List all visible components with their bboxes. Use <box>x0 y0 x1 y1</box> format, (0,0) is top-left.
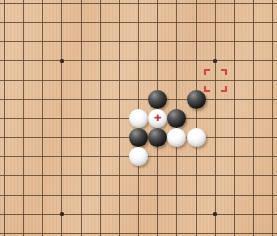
grid-line-horizontal <box>0 99 277 100</box>
grid-line-horizontal <box>0 60 277 61</box>
star-point <box>213 212 217 216</box>
gomoku-board[interactable]: ✚ <box>0 0 277 236</box>
grid-line-horizontal <box>0 175 277 176</box>
stone-white <box>129 109 148 128</box>
app-window: ✚ <box>0 0 277 236</box>
grid-line-horizontal <box>0 41 277 42</box>
highlight-bracket-br-icon <box>221 86 227 92</box>
grid-line-horizontal <box>0 3 277 4</box>
grid-line-horizontal <box>0 214 277 215</box>
grid-line-horizontal <box>0 233 277 234</box>
stone-black <box>187 90 206 109</box>
grid-line-horizontal <box>0 80 277 81</box>
stone-black <box>129 128 148 147</box>
stone-white <box>187 128 206 147</box>
highlight-bracket-tr-icon <box>221 69 227 75</box>
stone-white <box>167 128 186 147</box>
stone-white <box>129 147 148 166</box>
star-point <box>213 59 217 63</box>
stone-black <box>148 90 167 109</box>
stone-black <box>167 109 186 128</box>
grid-line-horizontal <box>0 22 277 23</box>
star-point <box>60 59 64 63</box>
stone-black <box>148 128 167 147</box>
stone-white <box>148 109 167 128</box>
grid-line-horizontal <box>0 195 277 196</box>
highlight-bracket-bl-icon <box>204 86 210 92</box>
star-point <box>60 212 64 216</box>
highlight-bracket-tl-icon <box>204 69 210 75</box>
